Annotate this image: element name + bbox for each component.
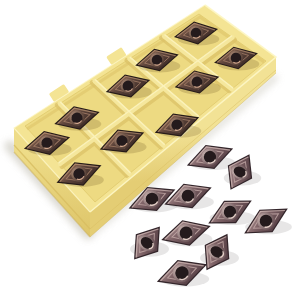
carbide-insert-loose [123, 218, 171, 269]
scene-canvas [0, 0, 300, 300]
product-photo [0, 0, 300, 300]
